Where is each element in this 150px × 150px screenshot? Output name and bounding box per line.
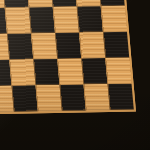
board-photo [0, 0, 150, 150]
board-square [77, 6, 103, 32]
board-square [57, 59, 83, 85]
board-square [53, 7, 79, 33]
board-square [60, 84, 86, 110]
board-square [105, 58, 131, 84]
board-square [36, 85, 62, 111]
board-square [31, 33, 57, 59]
board-square [81, 58, 107, 84]
chess-board [0, 0, 134, 113]
board-square [103, 32, 129, 58]
playing-surface [0, 0, 136, 115]
board-square [5, 7, 31, 33]
board-square [84, 84, 110, 110]
board-square [9, 59, 35, 85]
board-square [55, 33, 81, 59]
board-square [29, 7, 55, 33]
board-square [79, 32, 105, 58]
board-square [7, 33, 33, 59]
board-square [12, 85, 38, 111]
board-square [101, 6, 127, 32]
board-square [108, 84, 134, 110]
board-square [33, 59, 59, 85]
